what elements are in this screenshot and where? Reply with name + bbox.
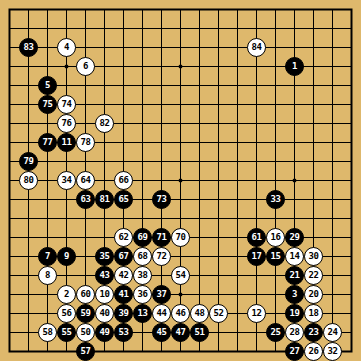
stone-white-80[interactable]: 80 [19, 171, 38, 190]
move-number-label: 82 [100, 119, 110, 128]
stone-white-62[interactable]: 62 [114, 228, 133, 247]
stone-black-61[interactable]: 61 [247, 228, 266, 247]
move-number-label: 43 [100, 271, 110, 280]
stone-black-49[interactable]: 49 [95, 323, 114, 342]
stone-black-53[interactable]: 53 [114, 323, 133, 342]
move-number-label: 65 [119, 195, 129, 204]
stone-white-58[interactable]: 58 [38, 323, 57, 342]
move-number-label: 62 [119, 233, 129, 242]
stone-white-8[interactable]: 8 [38, 266, 57, 285]
move-number-label: 10 [100, 290, 110, 299]
stone-white-84[interactable]: 84 [247, 38, 266, 57]
stone-black-9[interactable]: 9 [57, 247, 76, 266]
stone-white-26[interactable]: 26 [304, 342, 323, 361]
stone-black-47[interactable]: 47 [171, 323, 190, 342]
move-number-label: 74 [62, 100, 72, 109]
stone-white-24[interactable]: 24 [323, 323, 342, 342]
move-number-label: 52 [214, 309, 224, 318]
stone-white-54[interactable]: 54 [171, 266, 190, 285]
stone-white-72[interactable]: 72 [152, 247, 171, 266]
stone-white-44[interactable]: 44 [152, 304, 171, 323]
move-number-label: 59 [81, 309, 91, 318]
stone-black-65[interactable]: 65 [114, 190, 133, 209]
move-number-label: 3 [292, 290, 297, 299]
stone-white-30[interactable]: 30 [304, 247, 323, 266]
stone-black-69[interactable]: 69 [133, 228, 152, 247]
stone-black-71[interactable]: 71 [152, 228, 171, 247]
move-number-label: 35 [100, 252, 110, 261]
stone-black-5[interactable]: 5 [38, 76, 57, 95]
move-number-label: 72 [157, 252, 167, 261]
move-number-label: 76 [62, 119, 72, 128]
stone-white-40[interactable]: 40 [95, 304, 114, 323]
stone-black-55[interactable]: 55 [57, 323, 76, 342]
move-number-label: 20 [309, 290, 319, 299]
stone-black-17[interactable]: 17 [247, 247, 266, 266]
stone-white-4[interactable]: 4 [57, 38, 76, 57]
stone-black-33[interactable]: 33 [266, 190, 285, 209]
move-number-label: 83 [24, 43, 34, 52]
move-number-label: 73 [157, 195, 167, 204]
stone-white-76[interactable]: 76 [57, 114, 76, 133]
move-number-label: 71 [157, 233, 167, 242]
move-number-label: 1 [292, 62, 297, 71]
move-number-label: 49 [100, 328, 110, 337]
stone-white-64[interactable]: 64 [76, 171, 95, 190]
stone-white-22[interactable]: 22 [304, 266, 323, 285]
stone-black-13[interactable]: 13 [133, 304, 152, 323]
stone-black-23[interactable]: 23 [304, 323, 323, 342]
stone-white-10[interactable]: 10 [95, 285, 114, 304]
move-number-label: 15 [271, 252, 281, 261]
stone-white-52[interactable]: 52 [209, 304, 228, 323]
stone-white-32[interactable]: 32 [323, 342, 342, 361]
stone-white-46[interactable]: 46 [171, 304, 190, 323]
move-number-label: 25 [271, 328, 281, 337]
stone-white-38[interactable]: 38 [133, 266, 152, 285]
stone-white-48[interactable]: 48 [190, 304, 209, 323]
move-number-label: 36 [138, 290, 148, 299]
stone-black-25[interactable]: 25 [266, 323, 285, 342]
move-number-label: 19 [290, 309, 300, 318]
stone-white-14[interactable]: 14 [285, 247, 304, 266]
move-number-label: 61 [252, 233, 262, 242]
move-number-label: 48 [195, 309, 205, 318]
stone-black-29[interactable]: 29 [285, 228, 304, 247]
move-number-label: 77 [43, 138, 53, 147]
stone-black-39[interactable]: 39 [114, 304, 133, 323]
move-number-label: 46 [176, 309, 186, 318]
move-number-label: 4 [64, 43, 69, 52]
move-number-label: 9 [64, 252, 69, 261]
move-number-label: 54 [176, 271, 186, 280]
stone-black-37[interactable]: 37 [152, 285, 171, 304]
stone-white-36[interactable]: 36 [133, 285, 152, 304]
move-number-label: 47 [176, 328, 186, 337]
move-number-label: 81 [100, 195, 110, 204]
move-number-label: 56 [62, 309, 72, 318]
stone-black-57[interactable]: 57 [76, 342, 95, 361]
stone-white-28[interactable]: 28 [285, 323, 304, 342]
stone-white-68[interactable]: 68 [133, 247, 152, 266]
move-number-label: 66 [119, 176, 129, 185]
stone-black-81[interactable]: 81 [95, 190, 114, 209]
move-number-label: 78 [81, 138, 91, 147]
stone-black-79[interactable]: 79 [19, 152, 38, 171]
stones-layer: 8348461575747682771178798034646663816573… [0, 0, 361, 361]
stone-white-34[interactable]: 34 [57, 171, 76, 190]
stone-black-19[interactable]: 19 [285, 304, 304, 323]
move-number-label: 45 [157, 328, 167, 337]
stone-white-16[interactable]: 16 [266, 228, 285, 247]
move-number-label: 6 [83, 62, 88, 71]
move-number-label: 53 [119, 328, 129, 337]
move-number-label: 58 [43, 328, 53, 337]
move-number-label: 37 [157, 290, 167, 299]
stone-white-42[interactable]: 42 [114, 266, 133, 285]
move-number-label: 7 [45, 252, 50, 261]
move-number-label: 18 [309, 309, 319, 318]
move-number-label: 30 [309, 252, 319, 261]
move-number-label: 63 [81, 195, 91, 204]
move-number-label: 33 [271, 195, 281, 204]
move-number-label: 22 [309, 271, 319, 280]
stone-black-73[interactable]: 73 [152, 190, 171, 209]
move-number-label: 79 [24, 157, 34, 166]
move-number-label: 51 [195, 328, 205, 337]
stone-white-6[interactable]: 6 [76, 57, 95, 76]
stone-white-2[interactable]: 2 [57, 285, 76, 304]
stone-black-45[interactable]: 45 [152, 323, 171, 342]
move-number-label: 80 [24, 176, 34, 185]
move-number-label: 8 [45, 271, 50, 280]
stone-black-63[interactable]: 63 [76, 190, 95, 209]
stone-black-83[interactable]: 83 [19, 38, 38, 57]
move-number-label: 21 [290, 271, 300, 280]
stone-white-66[interactable]: 66 [114, 171, 133, 190]
move-number-label: 60 [81, 290, 91, 299]
move-number-label: 13 [138, 309, 148, 318]
stone-black-67[interactable]: 67 [114, 247, 133, 266]
move-number-label: 41 [119, 290, 129, 299]
move-number-label: 68 [138, 252, 148, 261]
stone-black-51[interactable]: 51 [190, 323, 209, 342]
stone-white-78[interactable]: 78 [76, 133, 95, 152]
move-number-label: 26 [309, 347, 319, 356]
move-number-label: 24 [328, 328, 338, 337]
go-board[interactable]: 8348461575747682771178798034646663816573… [0, 0, 361, 361]
move-number-label: 5 [45, 81, 50, 90]
move-number-label: 84 [252, 43, 262, 52]
stone-white-12[interactable]: 12 [247, 304, 266, 323]
stone-black-41[interactable]: 41 [114, 285, 133, 304]
move-number-label: 16 [271, 233, 281, 242]
stone-black-75[interactable]: 75 [38, 95, 57, 114]
stone-black-7[interactable]: 7 [38, 247, 57, 266]
move-number-label: 14 [290, 252, 300, 261]
stone-black-1[interactable]: 1 [285, 57, 304, 76]
move-number-label: 57 [81, 347, 91, 356]
move-number-label: 27 [290, 347, 300, 356]
move-number-label: 39 [119, 309, 129, 318]
stone-black-43[interactable]: 43 [95, 266, 114, 285]
move-number-label: 23 [309, 328, 319, 337]
move-number-label: 17 [252, 252, 262, 261]
move-number-label: 32 [328, 347, 338, 356]
stone-black-11[interactable]: 11 [57, 133, 76, 152]
move-number-label: 67 [119, 252, 129, 261]
stone-white-74[interactable]: 74 [57, 95, 76, 114]
move-number-label: 12 [252, 309, 262, 318]
move-number-label: 70 [176, 233, 186, 242]
move-number-label: 38 [138, 271, 148, 280]
stone-black-21[interactable]: 21 [285, 266, 304, 285]
move-number-label: 50 [81, 328, 91, 337]
move-number-label: 75 [43, 100, 53, 109]
stone-white-20[interactable]: 20 [304, 285, 323, 304]
move-number-label: 55 [62, 328, 72, 337]
stone-white-50[interactable]: 50 [76, 323, 95, 342]
stone-black-27[interactable]: 27 [285, 342, 304, 361]
stone-black-77[interactable]: 77 [38, 133, 57, 152]
stone-black-59[interactable]: 59 [76, 304, 95, 323]
move-number-label: 2 [64, 290, 69, 299]
move-number-label: 44 [157, 309, 167, 318]
stone-white-18[interactable]: 18 [304, 304, 323, 323]
move-number-label: 29 [290, 233, 300, 242]
move-number-label: 34 [62, 176, 72, 185]
stone-black-3[interactable]: 3 [285, 285, 304, 304]
move-number-label: 28 [290, 328, 300, 337]
stone-white-70[interactable]: 70 [171, 228, 190, 247]
move-number-label: 11 [62, 138, 72, 147]
stone-white-60[interactable]: 60 [76, 285, 95, 304]
stone-black-35[interactable]: 35 [95, 247, 114, 266]
stone-white-82[interactable]: 82 [95, 114, 114, 133]
move-number-label: 69 [138, 233, 148, 242]
move-number-label: 40 [100, 309, 110, 318]
move-number-label: 64 [81, 176, 91, 185]
stone-black-15[interactable]: 15 [266, 247, 285, 266]
move-number-label: 42 [119, 271, 129, 280]
stone-white-56[interactable]: 56 [57, 304, 76, 323]
